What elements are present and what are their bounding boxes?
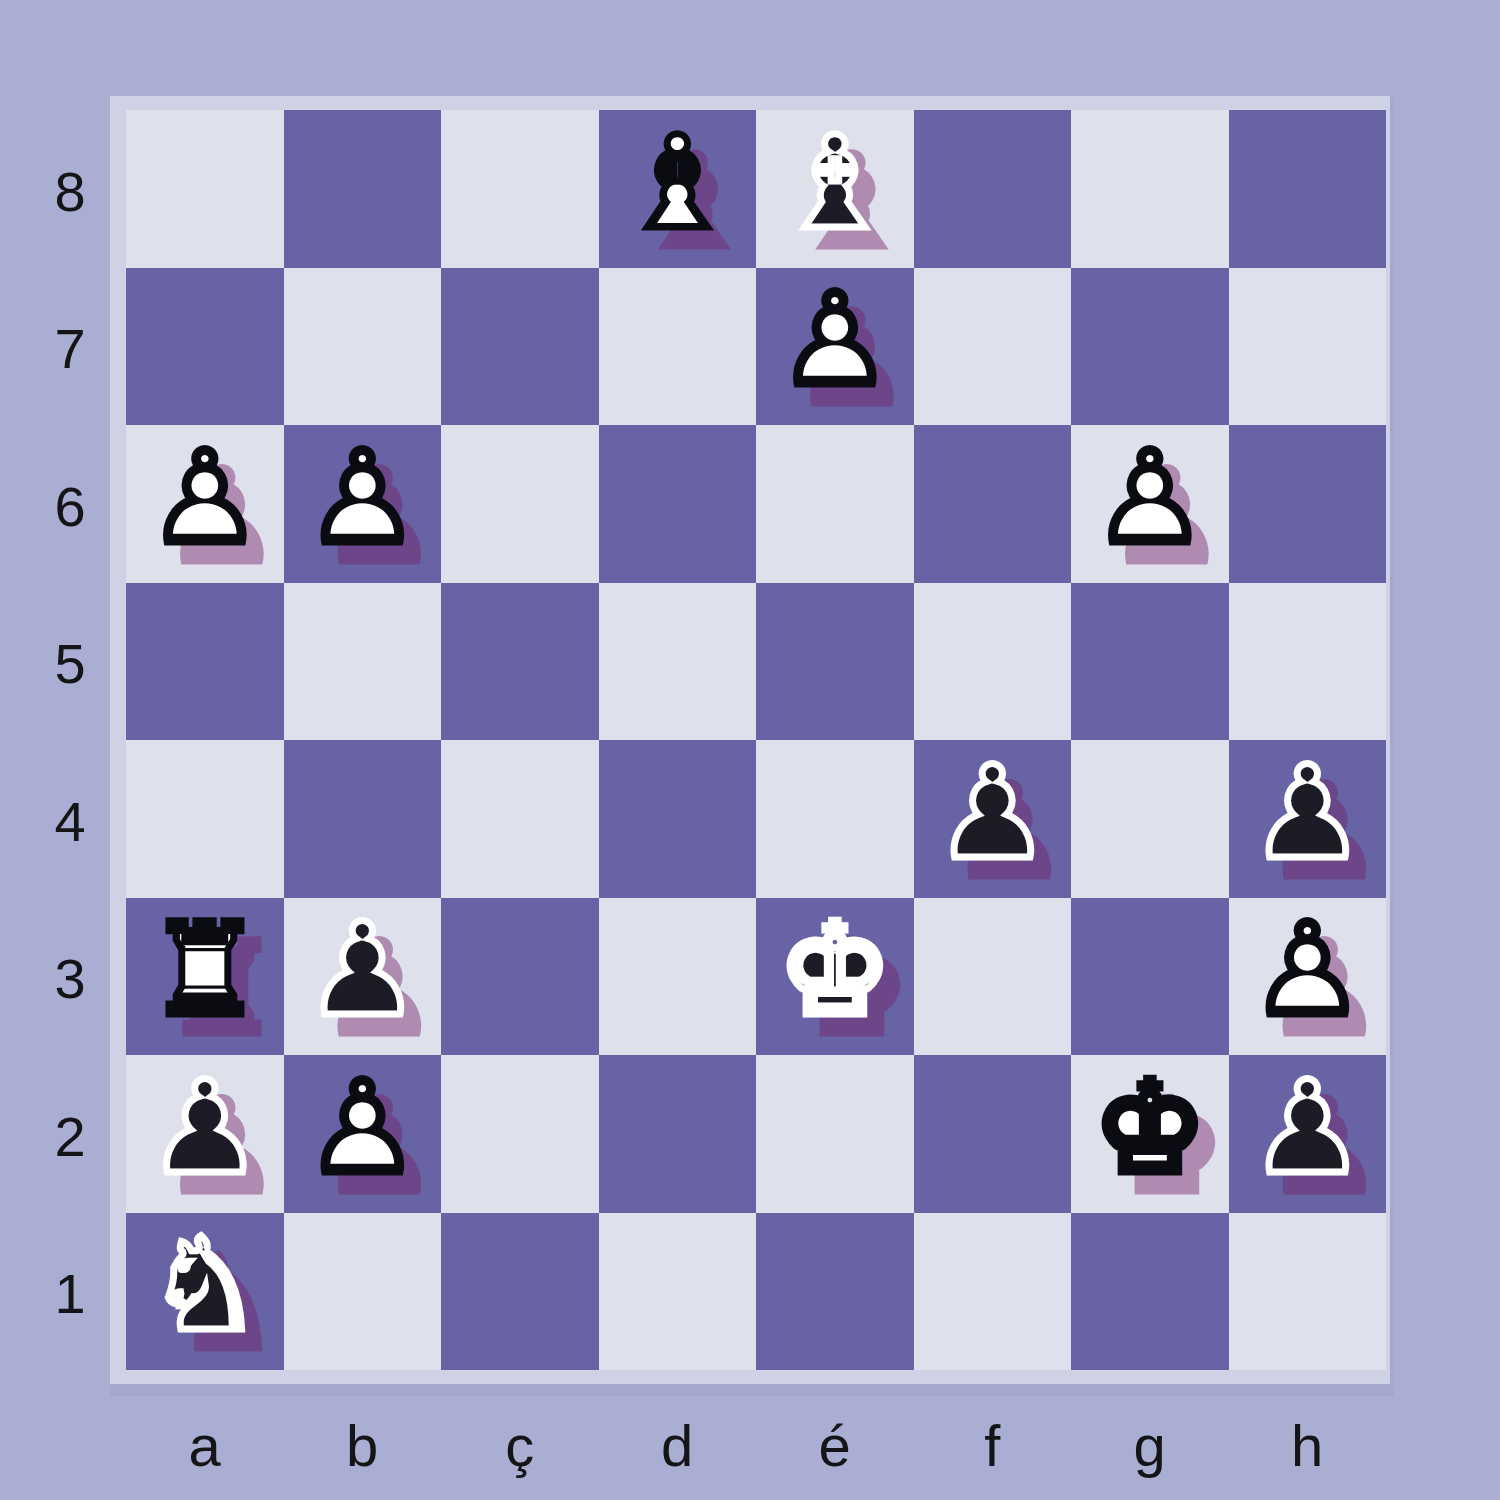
square-b5[interactable]: [284, 583, 442, 741]
piece-white-pawn-g6[interactable]: ♟♙: [1071, 419, 1229, 577]
square-a7[interactable]: [126, 268, 284, 426]
square-g3[interactable]: [1071, 898, 1229, 1056]
rank-label-1: 1: [30, 1261, 110, 1326]
rank-label-4: 4: [30, 789, 110, 854]
piece-black-pawn-a2[interactable]: ♟: [126, 1049, 284, 1207]
square-g2[interactable]: ♚♔: [1071, 1055, 1229, 1213]
white-pawn-detail-glyph: ♙: [756, 276, 914, 404]
square-a3[interactable]: ♜♖: [126, 898, 284, 1056]
square-b7[interactable]: [284, 268, 442, 426]
rank-label-5: 5: [30, 631, 110, 696]
piece-black-king-e3[interactable]: ♚: [756, 892, 914, 1050]
square-c1[interactable]: [441, 1213, 599, 1371]
square-c6[interactable]: [441, 425, 599, 583]
square-e4[interactable]: [756, 740, 914, 898]
square-h4[interactable]: ♟: [1229, 740, 1387, 898]
white-pawn-detail-glyph: ♙: [126, 434, 284, 562]
file-label-f: f: [914, 1398, 1072, 1494]
square-d3[interactable]: [599, 898, 757, 1056]
square-f3[interactable]: [914, 898, 1072, 1056]
square-e8[interactable]: ♝: [756, 110, 914, 268]
square-e3[interactable]: ♚: [756, 898, 914, 1056]
black-pawn-glyph: ♟: [1229, 749, 1387, 877]
piece-white-pawn-e7[interactable]: ♟♙: [756, 262, 914, 420]
square-b3[interactable]: ♟: [284, 898, 442, 1056]
black-pawn-glyph: ♟: [284, 906, 442, 1034]
square-c7[interactable]: [441, 268, 599, 426]
square-b8[interactable]: [284, 110, 442, 268]
white-pawn-detail-glyph: ♙: [284, 1064, 442, 1192]
square-c3[interactable]: [441, 898, 599, 1056]
white-rook-detail-glyph: ♖: [126, 906, 284, 1034]
piece-black-pawn-h2[interactable]: ♟: [1229, 1049, 1387, 1207]
square-d4[interactable]: [599, 740, 757, 898]
square-a1[interactable]: ♞: [126, 1213, 284, 1371]
piece-black-bishop-e8[interactable]: ♝: [756, 104, 914, 262]
piece-white-rook-a3[interactable]: ♜♖: [126, 892, 284, 1050]
square-g7[interactable]: [1071, 268, 1229, 426]
square-f1[interactable]: [914, 1213, 1072, 1371]
black-pawn-glyph: ♟: [914, 749, 1072, 877]
piece-white-pawn-b2[interactable]: ♟♙: [284, 1049, 442, 1207]
square-a2[interactable]: ♟: [126, 1055, 284, 1213]
square-b2[interactable]: ♟♙: [284, 1055, 442, 1213]
piece-black-knight-a1[interactable]: ♞: [126, 1207, 284, 1365]
square-h7[interactable]: [1229, 268, 1387, 426]
square-d2[interactable]: [599, 1055, 757, 1213]
piece-black-pawn-b3[interactable]: ♟: [284, 892, 442, 1050]
white-bishop-detail-glyph: ♗: [599, 119, 757, 247]
square-h8[interactable]: [1229, 110, 1387, 268]
square-f8[interactable]: [914, 110, 1072, 268]
file-label-é: é: [756, 1398, 914, 1494]
square-g5[interactable]: [1071, 583, 1229, 741]
square-g8[interactable]: [1071, 110, 1229, 268]
square-a8[interactable]: [126, 110, 284, 268]
square-c8[interactable]: [441, 110, 599, 268]
square-e7[interactable]: ♟♙: [756, 268, 914, 426]
file-label-b: b: [284, 1398, 442, 1494]
piece-white-pawn-h3[interactable]: ♟♙: [1229, 892, 1387, 1050]
rank-label-2: 2: [30, 1104, 110, 1169]
piece-white-bishop-d8[interactable]: ♝♗: [599, 104, 757, 262]
file-label-d: d: [599, 1398, 757, 1494]
black-knight-glyph: ♞: [126, 1221, 284, 1349]
square-h3[interactable]: ♟♙: [1229, 898, 1387, 1056]
rank-label-7: 7: [30, 316, 110, 381]
black-bishop-glyph: ♝: [756, 119, 914, 247]
square-c4[interactable]: [441, 740, 599, 898]
square-f7[interactable]: [914, 268, 1072, 426]
square-d6[interactable]: [599, 425, 757, 583]
square-c5[interactable]: [441, 583, 599, 741]
white-pawn-detail-glyph: ♙: [1071, 434, 1229, 562]
file-label-a: a: [126, 1398, 284, 1494]
rank-label-6: 6: [30, 474, 110, 539]
rank-label-8: 8: [30, 159, 110, 224]
square-h2[interactable]: ♟: [1229, 1055, 1387, 1213]
piece-black-pawn-f4[interactable]: ♟: [914, 734, 1072, 892]
square-f6[interactable]: [914, 425, 1072, 583]
square-g1[interactable]: [1071, 1213, 1229, 1371]
black-pawn-glyph: ♟: [1229, 1064, 1387, 1192]
square-e6[interactable]: [756, 425, 914, 583]
square-b1[interactable]: [284, 1213, 442, 1371]
square-e2[interactable]: [756, 1055, 914, 1213]
file-label-h: h: [1229, 1398, 1387, 1494]
square-e5[interactable]: [756, 583, 914, 741]
square-a6[interactable]: ♟♙: [126, 425, 284, 583]
piece-black-pawn-h4[interactable]: ♟: [1229, 734, 1387, 892]
square-b6[interactable]: ♟♙: [284, 425, 442, 583]
square-a4[interactable]: [126, 740, 284, 898]
file-label-g: g: [1071, 1398, 1229, 1494]
square-d7[interactable]: [599, 268, 757, 426]
white-king-detail-glyph: ♔: [1071, 1064, 1229, 1192]
square-d5[interactable]: [599, 583, 757, 741]
square-f5[interactable]: [914, 583, 1072, 741]
white-pawn-detail-glyph: ♙: [1229, 906, 1387, 1034]
black-pawn-glyph: ♟: [126, 1064, 284, 1192]
square-g6[interactable]: ♟♙: [1071, 425, 1229, 583]
square-h1[interactable]: [1229, 1213, 1387, 1371]
black-king-glyph: ♚: [756, 906, 914, 1034]
piece-white-pawn-a6[interactable]: ♟♙: [126, 419, 284, 577]
square-d1[interactable]: [599, 1213, 757, 1371]
square-b4[interactable]: [284, 740, 442, 898]
square-c2[interactable]: [441, 1055, 599, 1213]
rank-label-3: 3: [30, 946, 110, 1011]
piece-white-pawn-b6[interactable]: ♟♙: [284, 419, 442, 577]
square-a5[interactable]: [126, 583, 284, 741]
chess-diagram: ♝♗♝♟♙♟♙♟♙♟♙♟♟♜♖♟♚♟♙♟♟♙♚♔♟♞ 87654321 abçd…: [0, 0, 1500, 1500]
chess-board: ♝♗♝♟♙♟♙♟♙♟♙♟♟♜♖♟♚♟♙♟♟♙♚♔♟♞: [126, 110, 1386, 1370]
square-h6[interactable]: [1229, 425, 1387, 583]
square-g4[interactable]: [1071, 740, 1229, 898]
square-f4[interactable]: ♟: [914, 740, 1072, 898]
piece-white-king-g2[interactable]: ♚♔: [1071, 1049, 1229, 1207]
square-e1[interactable]: [756, 1213, 914, 1371]
file-label-ç: ç: [441, 1398, 599, 1494]
square-d8[interactable]: ♝♗: [599, 110, 757, 268]
square-h5[interactable]: [1229, 583, 1387, 741]
white-pawn-detail-glyph: ♙: [284, 434, 442, 562]
square-f2[interactable]: [914, 1055, 1072, 1213]
